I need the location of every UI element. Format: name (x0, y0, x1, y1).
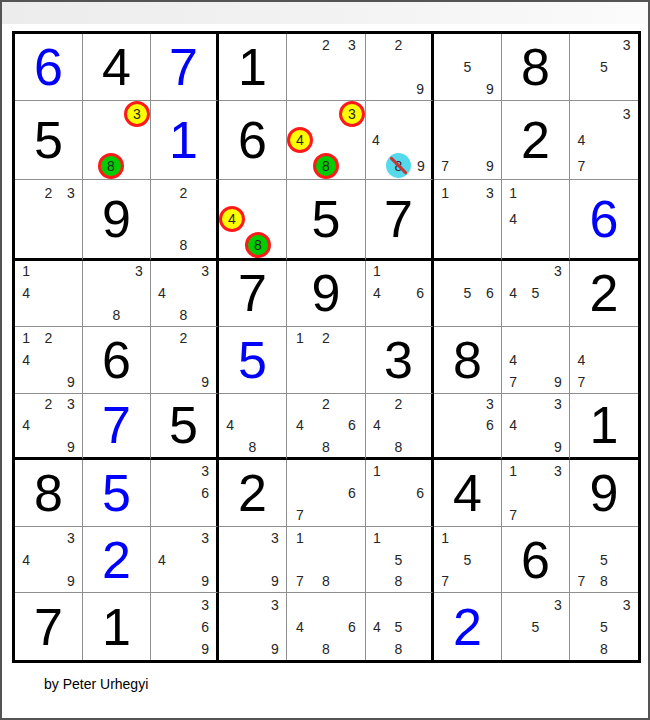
cell-r5c2[interactable]: 6 (83, 327, 151, 394)
pencil-slot-5 (388, 56, 410, 78)
pencil-slot-1 (287, 101, 313, 127)
pencil-slot-1 (434, 261, 456, 283)
cell-r4c6[interactable]: 146 (366, 261, 434, 328)
pencil-slot-1: 1 (366, 460, 388, 482)
pencil-slot-1: 1 (434, 180, 456, 206)
cell-r3c2[interactable]: 9 (83, 180, 151, 261)
cell-r7c6[interactable]: 16 (366, 460, 434, 527)
pencil-slot-9: 9 (479, 78, 501, 100)
cell-r6c8[interactable]: 349 (502, 394, 570, 461)
pencil-grid: 13 (434, 180, 501, 258)
cell-r1c9[interactable]: 35 (570, 34, 638, 101)
pencil-slot-6: 6 (194, 482, 216, 504)
pencil-slot-3: 3 (194, 527, 216, 549)
pencil-slot-4 (151, 349, 173, 371)
pencil-6: 6 (201, 619, 209, 635)
pencil-slot-4: 4 (15, 415, 37, 436)
pencil-slot-2 (388, 527, 410, 549)
pencil-slot-5 (388, 415, 410, 436)
cell-value: 5 (238, 334, 267, 386)
pencil-slot-7 (287, 638, 313, 660)
pencil-slot-5 (386, 127, 411, 153)
pencil-slot-6 (124, 127, 150, 153)
cell-r7c7[interactable]: 4 (434, 460, 502, 527)
pencil-slot-9 (264, 436, 286, 457)
cell-value: 7 (169, 41, 198, 93)
pencil-slot-5 (173, 549, 195, 571)
pencil-grid: 489 (366, 101, 431, 179)
pencil-8: 8 (113, 307, 121, 323)
pencil-slot-4: 4 (151, 549, 173, 571)
pencil-slot-6 (60, 206, 82, 232)
cell-r3c1[interactable]: 23 (15, 180, 83, 261)
pencil-slot-8 (456, 232, 478, 258)
pencil-slot-6 (409, 549, 431, 571)
pencil-slot-9 (271, 232, 286, 258)
pencil-8: 8 (395, 439, 403, 455)
pencil-slot-3: 3 (479, 180, 501, 206)
cell-value: 1 (590, 399, 619, 451)
cell-r3c9[interactable]: 6 (570, 180, 638, 261)
cell-value: 9 (102, 193, 131, 245)
pencil-slot-7 (366, 78, 388, 100)
cell-r2c3[interactable]: 1 (151, 101, 219, 180)
pencil-slot-9 (409, 504, 431, 526)
cell-r5c5[interactable]: 12 (287, 327, 366, 394)
pencil-slot-8: 8 (313, 571, 339, 593)
cell-r3c8[interactable]: 14 (502, 180, 570, 261)
pencil-slot-9 (615, 638, 638, 660)
pencil-3: 3 (67, 530, 75, 546)
pencil-slot-8: 8 (98, 153, 124, 179)
pencil-4: 4 (509, 417, 517, 433)
cell-r2c5[interactable]: 348 (287, 101, 366, 180)
pencil-2: 2 (45, 330, 53, 346)
cell-r6c9[interactable]: 1 (570, 394, 638, 461)
pencil-slot-3: 3 (194, 460, 216, 482)
pencil-slot-5 (245, 206, 271, 232)
pencil-slot-4 (151, 482, 173, 504)
pencil-slot-6 (411, 127, 431, 153)
pencil-3: 3 (271, 597, 279, 613)
cell-r7c3[interactable]: 36 (151, 460, 219, 527)
pencil-slot-6 (409, 415, 431, 436)
pencil-1: 1 (373, 530, 381, 546)
cell-r6c2[interactable]: 7 (83, 394, 151, 461)
pencil-slot-7 (366, 638, 388, 660)
cell-r5c6[interactable]: 3 (366, 327, 434, 394)
cell-value: 4 (453, 467, 482, 519)
pencil-slot-6 (479, 549, 501, 571)
pencil-slot-6 (615, 127, 638, 153)
pencil-slot-4: 4 (287, 616, 313, 638)
pencil-slot-4 (502, 616, 524, 638)
pencil-slot-2 (241, 394, 263, 415)
pencil-slot-3: 3 (128, 261, 150, 283)
cell-r8c1[interactable]: 349 (15, 527, 83, 594)
pencil-5: 5 (464, 285, 472, 301)
sudoku-board: 6471232959835538163484897923472392848571… (12, 31, 641, 663)
pencil-slot-2 (173, 261, 195, 283)
pencil-slot-6 (479, 206, 501, 232)
cell-r1c1[interactable]: 6 (15, 34, 83, 101)
pencil-slot-2: 2 (173, 180, 195, 206)
pencil-1: 1 (296, 530, 304, 546)
pencil-grid: 146 (366, 261, 431, 327)
pencil-slot-1: 1 (502, 460, 524, 482)
pencil-slot-3 (271, 180, 286, 206)
cell-value: 5 (169, 399, 198, 451)
cell-r9c8[interactable]: 35 (502, 593, 570, 660)
pencil-slot-8: 8 (313, 153, 339, 179)
pencil-slot-9 (615, 153, 638, 179)
pencil-slot-1 (151, 180, 173, 206)
pencil-3: 3 (201, 463, 209, 479)
cell-r9c2[interactable]: 1 (83, 593, 151, 660)
cell-r9c1[interactable]: 7 (15, 593, 83, 660)
cell-value: 5 (312, 193, 341, 245)
pencil-slot-5 (98, 127, 124, 153)
pencil-slot-6 (547, 415, 569, 436)
pencil-slot-3 (339, 593, 365, 615)
pencil-slot-5 (313, 415, 339, 436)
pencil-3: 3 (554, 597, 562, 613)
cell-r8c6[interactable]: 158 (366, 527, 434, 594)
pencil-slot-1 (15, 527, 37, 549)
cell-value: 6 (238, 114, 267, 166)
pencil-slot-3: 3 (615, 101, 638, 127)
pencil-slot-9 (339, 78, 365, 100)
pencil-slot-3 (339, 460, 365, 482)
pencil-slot-2 (37, 527, 59, 549)
cell-r7c5[interactable]: 67 (287, 460, 366, 527)
pencil-grid: 16 (366, 460, 431, 526)
cell-r7c1[interactable]: 8 (15, 460, 83, 527)
cell-r6c1[interactable]: 2349 (15, 394, 83, 461)
pencil-slot-3 (615, 527, 638, 549)
cell-r1c5[interactable]: 23 (287, 34, 366, 101)
pencil-grid: 578 (570, 527, 638, 593)
cell-value: 7 (34, 601, 63, 653)
cell-r6c3[interactable]: 5 (151, 394, 219, 461)
pencil-slot-1 (287, 593, 313, 615)
cell-r1c8[interactable]: 8 (502, 34, 570, 101)
pencil-slot-9 (615, 78, 638, 100)
pencil-slot-6 (339, 56, 365, 78)
pencil-slot-9 (409, 304, 431, 326)
pencil-slot-9 (60, 304, 82, 326)
pencil-slot-3: 3 (547, 261, 569, 283)
cell-value: 1 (238, 41, 267, 93)
pencil-grid: 345 (502, 261, 569, 327)
pencil-grid: 349 (151, 527, 216, 593)
pencil-5: 5 (395, 619, 403, 635)
cell-r9c9[interactable]: 358 (570, 593, 638, 660)
pencil-5: 5 (532, 619, 540, 635)
pencil-slot-4 (151, 206, 173, 232)
pencil-4: 4 (22, 285, 30, 301)
pencil-slot-1 (570, 101, 593, 127)
pencil-slot-6 (615, 349, 638, 371)
cell-r4c7[interactable]: 56 (434, 261, 502, 328)
cell-r9c7[interactable]: 2 (434, 593, 502, 660)
pencil-grid: 158 (366, 527, 431, 593)
pencil-slot-6 (547, 206, 569, 232)
pencil-slot-2: 2 (313, 394, 339, 415)
pencil-slot-5 (241, 616, 263, 638)
pencil-slot-9: 9 (60, 436, 82, 457)
pencil-slot-5: 5 (524, 282, 546, 304)
pencil-slot-3 (194, 180, 216, 206)
pencil-slot-9 (547, 638, 569, 660)
pencil-slot-5 (37, 349, 59, 371)
cell-r1c2[interactable]: 4 (83, 34, 151, 101)
cell-r5c3[interactable]: 29 (151, 327, 219, 394)
pencil-slot-3 (409, 593, 431, 615)
pencil-slot-1 (219, 593, 241, 615)
pencil-slot-6 (194, 549, 216, 571)
cell-value: 7 (102, 399, 131, 451)
pencil-slot-8 (593, 371, 616, 393)
cell-r4c2[interactable]: 38 (83, 261, 151, 328)
credit-text: by Peter Urhegyi (44, 676, 148, 692)
pencil-slot-6 (479, 56, 501, 78)
cell-value: 5 (34, 114, 63, 166)
pencil-grid: 479 (502, 327, 569, 393)
cell-value: 6 (102, 334, 131, 386)
pencil-slot-4: 4 (502, 206, 524, 232)
pencil-slot-4: 4 (151, 282, 173, 304)
cell-r8c5[interactable]: 178 (287, 527, 366, 594)
pencil-grid: 67 (287, 460, 365, 526)
pencil-grid: 1249 (15, 327, 82, 393)
pencil-3: 3 (554, 263, 562, 279)
cell-value: 9 (590, 467, 619, 519)
cell-r7c4[interactable]: 2 (219, 460, 287, 527)
pencil-slot-6 (339, 549, 365, 571)
cell-r6c5[interactable]: 2468 (287, 394, 366, 461)
cell-r8c2[interactable]: 2 (83, 527, 151, 594)
pencil-1: 1 (509, 185, 517, 201)
pencil-7: 7 (509, 507, 517, 523)
pencil-slot-1 (151, 593, 173, 615)
cell-r3c5[interactable]: 5 (287, 180, 366, 261)
cell-r1c4[interactable]: 1 (219, 34, 287, 101)
cell-r3c4[interactable]: 48 (219, 180, 287, 261)
cell-r4c3[interactable]: 348 (151, 261, 219, 328)
pencil-slot-8 (388, 304, 410, 326)
pencil-slot-3 (409, 261, 431, 283)
cell-r5c1[interactable]: 1249 (15, 327, 83, 394)
cell-r1c3[interactable]: 7 (151, 34, 219, 101)
cell-r5c8[interactable]: 479 (502, 327, 570, 394)
pencil-slot-2 (456, 527, 478, 549)
pencil-4: 4 (373, 619, 381, 635)
pencil-slot-3: 3 (547, 593, 569, 615)
pencil-slot-2 (173, 460, 195, 482)
pencil-grid: 349 (502, 394, 569, 458)
pencil-1: 1 (22, 330, 30, 346)
pencil-4: 4 (509, 352, 517, 368)
pencil-slot-2 (241, 593, 263, 615)
pencil-slot-5 (37, 282, 59, 304)
cell-r4c4[interactable]: 7 (219, 261, 287, 328)
cell-r4c9[interactable]: 2 (570, 261, 638, 328)
cell-r5c7[interactable]: 8 (434, 327, 502, 394)
pencil-grid: 178 (287, 527, 365, 593)
pencil-slot-5 (524, 415, 546, 436)
pencil-2: 2 (180, 330, 188, 346)
pencil-slot-9: 9 (194, 638, 216, 660)
pencil-slot-5: 5 (524, 616, 546, 638)
pencil-slot-2 (456, 180, 478, 206)
pencil-slot-9: 9 (264, 638, 286, 660)
cell-r9c4[interactable]: 39 (219, 593, 287, 660)
pencil-slot-4: 4 (570, 349, 593, 371)
cell-r8c9[interactable]: 578 (570, 527, 638, 594)
cell-r3c6[interactable]: 7 (366, 180, 434, 261)
sudoku-app-window: 6471232959835538163484897923472392848571… (0, 0, 650, 720)
pencil-slot-6 (60, 549, 82, 571)
pencil-grid: 29 (366, 34, 431, 100)
cell-r9c6[interactable]: 458 (366, 593, 434, 660)
pencil-slot-2 (388, 261, 410, 283)
pencil-slot-8 (37, 304, 59, 326)
pencil-grid: 35 (570, 34, 638, 100)
cell-r5c9[interactable]: 47 (570, 327, 638, 394)
pencil-6: 6 (486, 285, 494, 301)
cell-r8c8[interactable]: 6 (502, 527, 570, 594)
cell-r9c3[interactable]: 369 (151, 593, 219, 660)
pencil-7: 7 (577, 573, 585, 589)
cell-r7c9[interactable]: 9 (570, 460, 638, 527)
cell-r4c5[interactable]: 9 (287, 261, 366, 328)
pencil-slot-8 (313, 504, 339, 526)
cell-r1c7[interactable]: 59 (434, 34, 502, 101)
pencil-slot-6 (194, 349, 216, 371)
pencil-grid: 38 (83, 101, 150, 179)
cell-r8c4[interactable]: 39 (219, 527, 287, 594)
cell-r4c8[interactable]: 345 (502, 261, 570, 328)
pencil-slot-5 (313, 482, 339, 504)
pencil-slot-9: 9 (547, 371, 569, 393)
cell-r2c1[interactable]: 5 (15, 101, 83, 180)
cell-r8c7[interactable]: 157 (434, 527, 502, 594)
pencil-9: 9 (486, 81, 494, 97)
pencil-slot-5: 5 (388, 549, 410, 571)
pencil-slot-4: 4 (366, 616, 388, 638)
pencil-grid: 2468 (287, 394, 365, 458)
cell-r9c5[interactable]: 468 (287, 593, 366, 660)
pencil-grid: 29 (151, 327, 216, 393)
pencil-slot-2 (313, 101, 339, 127)
cell-r2c2[interactable]: 38 (83, 101, 151, 180)
pencil-1: 1 (22, 263, 30, 279)
pencil-slot-4 (287, 549, 313, 571)
pencil-slot-3 (409, 34, 431, 56)
pencil-slot-1 (151, 527, 173, 549)
pencil-slot-8: 8 (593, 638, 616, 660)
cell-r2c4[interactable]: 6 (219, 101, 287, 180)
pencil-slot-7: 7 (502, 504, 524, 526)
pencil-5: 5 (464, 552, 472, 568)
pencil-3: 3 (135, 263, 143, 279)
cell-r2c9[interactable]: 347 (570, 101, 638, 180)
pencil-slot-2 (456, 34, 478, 56)
pencil-8-cyan-circle: 8 (386, 153, 411, 178)
cell-r7c2[interactable]: 5 (83, 460, 151, 527)
pencil-slot-4 (287, 56, 313, 78)
pencil-slot-5 (524, 206, 546, 232)
pencil-slot-5 (524, 349, 546, 371)
pencil-slot-8 (456, 571, 478, 593)
pencil-slot-3 (615, 327, 638, 349)
pencil-slot-6 (264, 549, 286, 571)
pencil-slot-4: 4 (502, 349, 524, 371)
pencil-slot-1 (570, 34, 593, 56)
pencil-9: 9 (67, 573, 75, 589)
pencil-slot-1: 1 (366, 261, 388, 283)
pencil-slot-6 (194, 206, 216, 232)
pencil-slot-8 (524, 436, 546, 457)
pencil-slot-2 (313, 527, 339, 549)
pencil-slot-1 (366, 394, 388, 415)
cell-r1c6[interactable]: 29 (366, 34, 434, 101)
pencil-slot-2 (388, 593, 410, 615)
pencil-slot-4 (151, 616, 173, 638)
pencil-slot-4: 4 (502, 282, 524, 304)
pencil-slot-4 (502, 482, 524, 504)
cell-r4c1[interactable]: 14 (15, 261, 83, 328)
pencil-4: 4 (509, 285, 517, 301)
cell-r6c6[interactable]: 248 (366, 394, 434, 461)
pencil-slot-8: 8 (245, 232, 271, 258)
cell-r2c7[interactable]: 79 (434, 101, 502, 180)
cell-r3c3[interactable]: 28 (151, 180, 219, 261)
pencil-7: 7 (441, 573, 449, 589)
pencil-grid: 47 (570, 327, 638, 393)
cell-r3c7[interactable]: 13 (434, 180, 502, 261)
cell-r5c4[interactable]: 5 (219, 327, 287, 394)
pencil-grid: 36 (434, 394, 501, 458)
cell-r7c8[interactable]: 137 (502, 460, 570, 527)
pencil-slot-2 (245, 180, 271, 206)
pencil-slot-4 (570, 616, 593, 638)
pencil-4: 4 (158, 285, 166, 301)
pencil-4: 4 (373, 285, 381, 301)
pencil-slot-3: 3 (194, 261, 216, 283)
pencil-slot-1 (219, 180, 245, 206)
pencil-slot-9 (409, 436, 431, 457)
pencil-3: 3 (67, 396, 75, 412)
cell-r8c3[interactable]: 349 (151, 527, 219, 594)
pencil-slot-5: 5 (593, 56, 616, 78)
pencil-slot-2 (386, 101, 411, 127)
cell-value: 4 (102, 41, 131, 93)
pencil-slot-8: 8 (241, 436, 263, 457)
pencil-3: 3 (271, 530, 279, 546)
cell-r6c4[interactable]: 48 (219, 394, 287, 461)
pencil-7: 7 (577, 374, 585, 390)
pencil-slot-2 (524, 327, 546, 349)
pencil-slot-4 (287, 349, 313, 371)
pencil-slot-9 (339, 436, 365, 457)
cell-r2c6[interactable]: 489 (366, 101, 434, 180)
pencil-slot-7 (366, 571, 388, 593)
cell-r2c8[interactable]: 2 (502, 101, 570, 180)
cell-r6c7[interactable]: 36 (434, 394, 502, 461)
pencil-slot-8 (173, 638, 195, 660)
